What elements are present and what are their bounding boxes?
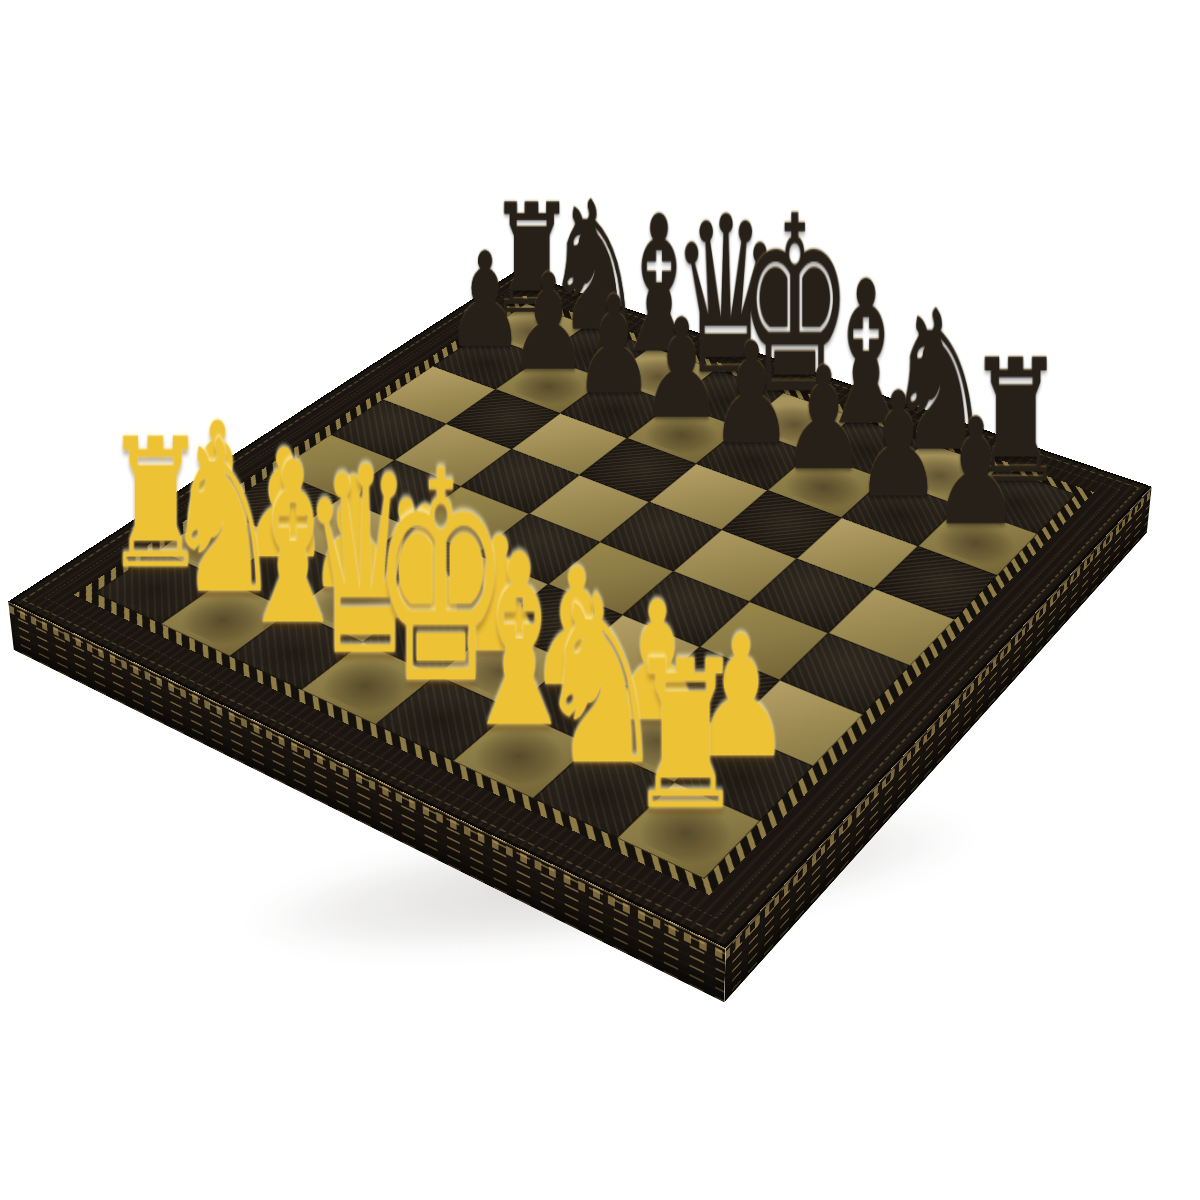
perspective-scene: ♜♞♝♛♚♝♞♜♟♟♟♟♟♟♟♟♟♟♟♟♟♟♟♟♜♞♝♛♚♝♞♜	[0, 0, 1200, 1200]
square-h1[interactable]: ♜	[617, 782, 760, 879]
product-photo-chess-set: ♜♞♝♛♚♝♞♜♟♟♟♟♟♟♟♟♟♟♟♟♟♟♟♟♜♞♝♛♚♝♞♜ Collect…	[0, 0, 1200, 1200]
pawn-glyph: ♟	[855, 373, 941, 518]
pawn-glyph: ♟	[781, 348, 866, 490]
board-squares: ♜♞♝♛♚♝♞♜♟♟♟♟♟♟♟♟♟♟♟♟♟♟♟♟♜♞♝♛♚♝♞♜	[74, 295, 1094, 895]
pawn-glyph: ♟	[932, 399, 1020, 546]
rook-glyph: ♜	[626, 633, 744, 838]
chess-board: ♜♞♝♛♚♝♞♜♟♟♟♟♟♟♟♟♟♟♟♟♟♟♟♟♜♞♝♛♚♝♞♜	[8, 271, 1151, 948]
square-h7[interactable]: ♟	[918, 506, 1038, 576]
